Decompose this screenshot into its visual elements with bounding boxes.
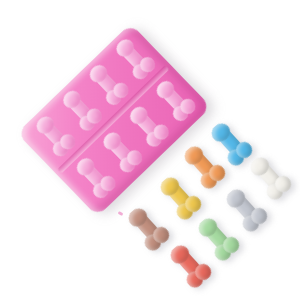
piece-gray — [222, 184, 271, 234]
product-photo-scene — [0, 0, 300, 300]
mold-cavity — [84, 60, 132, 108]
mold-cavity — [58, 85, 106, 133]
piece-brown — [124, 203, 173, 253]
mold-cavity — [98, 127, 146, 175]
mold-cavity — [71, 153, 119, 201]
piece-white — [246, 152, 295, 202]
mold-cavity — [125, 101, 173, 149]
piece-yellow — [156, 172, 205, 222]
silicone-speck — [118, 211, 124, 216]
piece-green — [194, 213, 243, 263]
piece-red — [166, 240, 215, 290]
mold-cavity — [31, 111, 79, 159]
mold-cavity — [151, 76, 199, 124]
mold-cavity — [111, 34, 159, 82]
